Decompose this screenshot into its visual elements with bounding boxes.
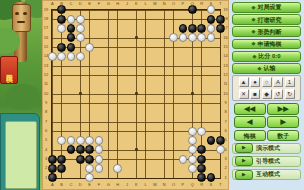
coordinate-label: 17 — [44, 26, 48, 30]
stone-black[interactable] — [67, 24, 76, 33]
coordinate-label: 1 — [224, 176, 226, 180]
marker-tool-button[interactable]: A — [273, 77, 283, 87]
coordinate-label: M — [153, 2, 156, 6]
stone-black[interactable] — [197, 155, 206, 164]
stone-white[interactable] — [188, 136, 197, 145]
diamond-icon: ◆ — [252, 17, 256, 22]
stone-white[interactable] — [188, 155, 197, 164]
marker-toolbar-row2: ✕■◆↺↻ — [239, 89, 295, 99]
play-icon[interactable]: ▶ — [235, 143, 253, 153]
coordinate-label: S — [210, 183, 213, 187]
stone-white[interactable] — [48, 52, 57, 61]
step-forward-button[interactable]: ▶ — [267, 116, 299, 128]
stone-white[interactable] — [76, 136, 85, 145]
marker-tool-button[interactable]: ◆ — [262, 89, 272, 99]
mode-label: 演示模式 — [256, 144, 280, 153]
diamond-icon: ◆ — [252, 41, 256, 46]
go-board[interactable]: AABBCCDDEEFFGGHHJJKKLLMMNNOOPPQQRRSSTT19… — [42, 0, 229, 190]
coordinate-label: 17 — [223, 26, 227, 30]
coordinate-label: S — [210, 2, 213, 6]
coordinate-label: C — [70, 183, 73, 187]
coordinate-label: L — [145, 183, 147, 187]
button-label: 申请悔棋 — [257, 41, 281, 47]
stone-black[interactable] — [57, 43, 66, 52]
coordinate-label: R — [200, 2, 203, 6]
button-label: 对局设置 — [257, 4, 281, 10]
diamond-icon: ◆ — [252, 5, 256, 10]
stone-white[interactable] — [95, 164, 104, 173]
stone-white[interactable] — [85, 164, 94, 173]
room-panel[interactable] — [0, 113, 40, 190]
marker-tool-button[interactable]: 1 — [285, 77, 295, 87]
totem-eye — [23, 12, 27, 15]
stone-black[interactable] — [188, 24, 197, 33]
stone-white[interactable] — [67, 52, 76, 61]
coordinate-label: D — [79, 2, 82, 6]
coordinate-label: K — [135, 183, 138, 187]
stone-black[interactable] — [57, 155, 66, 164]
coordinate-label: T — [219, 2, 221, 6]
coordinate-label: F — [98, 2, 100, 6]
coordinate-label: 15 — [44, 45, 48, 49]
coordinate-label: 6 — [45, 129, 47, 133]
button-request-undo[interactable]: ◆申请悔棋 — [232, 39, 301, 50]
coordinate-label: 10 — [223, 92, 227, 96]
star-point — [135, 92, 138, 95]
room-panel-list[interactable] — [5, 121, 37, 189]
coordinate-label: P — [182, 2, 185, 6]
action-button-row: 悔棋 数子 — [232, 130, 301, 141]
coordinate-label: 3 — [224, 157, 226, 161]
mode-row-interactive[interactable]: ▶ 互动模式 — [232, 169, 301, 181]
button-resign[interactable]: ◆认输 — [232, 63, 301, 74]
stone-white[interactable] — [85, 43, 94, 52]
count-button[interactable]: 数子 — [267, 130, 299, 141]
stone-white[interactable] — [179, 155, 188, 164]
play-icon[interactable]: ▶ — [235, 170, 253, 180]
stone-white[interactable] — [95, 136, 104, 145]
stone-white[interactable] — [67, 136, 76, 145]
control-panel: ◆对局设置 ◆打谱研究 ◆形势判断 ◆申请悔棋 ◆比分 0:0 ◆认输 ▲●○A… — [229, 0, 304, 190]
marker-tool-button[interactable]: ■ — [250, 89, 260, 99]
rewind-button[interactable]: ◀◀ — [234, 103, 266, 115]
stone-white[interactable] — [67, 15, 76, 24]
stone-white[interactable] — [197, 127, 206, 136]
star-point — [191, 92, 194, 95]
coordinate-label: K — [135, 2, 138, 6]
button-label: 比分 0:0 — [258, 53, 280, 59]
stone-black[interactable] — [207, 136, 216, 145]
marker-toolbar-row1: ▲●○A1 — [239, 77, 295, 87]
coordinate-label: 5 — [45, 138, 47, 142]
coordinate-label: 11 — [44, 82, 48, 86]
marker-tool-button[interactable]: ● — [250, 77, 260, 87]
stone-white[interactable] — [76, 52, 85, 61]
stone-black[interactable] — [67, 43, 76, 52]
stone-white[interactable] — [57, 24, 66, 33]
coordinate-label: L — [145, 2, 147, 6]
marker-tool-button[interactable]: ✕ — [239, 89, 249, 99]
coordinate-label: 7 — [224, 120, 226, 124]
totem-tower — [12, 4, 31, 32]
coordinate-label: P — [182, 183, 185, 187]
coordinate-label: N — [163, 2, 166, 6]
fast-forward-button[interactable]: ▶▶ — [267, 103, 299, 115]
coordinate-label: 4 — [45, 148, 47, 152]
stone-white[interactable] — [216, 145, 225, 154]
stone-black[interactable] — [197, 24, 206, 33]
stone-white[interactable] — [76, 15, 85, 24]
coordinate-label: 4 — [224, 148, 226, 152]
banner-text: 围棋 — [4, 69, 14, 71]
stone-black[interactable] — [85, 155, 94, 164]
coordinate-label: A — [51, 183, 54, 187]
coordinate-label: 18 — [44, 17, 48, 21]
coordinate-label: 2 — [45, 166, 47, 170]
app-window: 围棋 AABBCCDDEEFFGGHHJJKKLLMMNNOOPPQQRRSST… — [0, 0, 304, 190]
coordinate-label: E — [88, 2, 91, 6]
stone-black[interactable] — [216, 136, 225, 145]
stone-white[interactable] — [85, 136, 94, 145]
coordinate-label: B — [60, 2, 63, 6]
stone-white[interactable] — [95, 155, 104, 164]
stone-black[interactable] — [197, 164, 206, 173]
coordinate-label: Q — [191, 2, 194, 6]
coordinate-label: 15 — [223, 45, 227, 49]
star-point — [79, 92, 82, 95]
coordinate-label: 3 — [45, 157, 47, 161]
coordinate-label: F — [98, 183, 100, 187]
diamond-icon: ◆ — [252, 54, 256, 59]
coordinate-label: J — [126, 183, 128, 187]
stone-black[interactable] — [48, 164, 57, 173]
coordinate-label: 14 — [223, 54, 227, 58]
coordinate-label: Q — [191, 183, 194, 187]
coordinate-label: 8 — [224, 110, 226, 114]
coordinate-label: A — [51, 2, 54, 6]
button-score-estimate[interactable]: ◆形势判断 — [232, 26, 301, 37]
coordinate-label: 13 — [44, 64, 48, 68]
stone-white[interactable] — [207, 24, 216, 33]
coordinate-label: G — [107, 183, 110, 187]
mode-label: 互动模式 — [256, 170, 280, 179]
coordinate-label: 5 — [224, 138, 226, 142]
button-label: 认输 — [263, 65, 275, 71]
coordinate-label: B — [60, 183, 63, 187]
button-label: 打谱研究 — [257, 17, 281, 23]
coordinate-label: 12 — [223, 73, 227, 77]
coordinate-label: 9 — [45, 101, 47, 105]
stone-white[interactable] — [113, 164, 122, 173]
coordinate-label: 6 — [224, 129, 226, 133]
coordinate-label: 7 — [45, 120, 47, 124]
coordinate-label: 16 — [44, 36, 48, 40]
coordinate-label: C — [70, 2, 73, 6]
play-icon[interactable]: ▶ — [235, 156, 253, 166]
stone-white[interactable] — [188, 145, 197, 154]
marker-tool-button[interactable]: ▲ — [239, 77, 249, 87]
star-point — [135, 148, 138, 151]
coordinate-label: O — [172, 2, 175, 6]
button-game-settings[interactable]: ◆对局设置 — [232, 2, 301, 13]
mode-label: 引导模式 — [256, 157, 280, 166]
undo-button[interactable]: 悔棋 — [234, 130, 266, 141]
stone-black[interactable] — [207, 15, 216, 24]
stone-black[interactable] — [57, 15, 66, 24]
coordinate-label: H — [116, 183, 119, 187]
red-banner: 围棋 — [0, 56, 18, 84]
stone-black[interactable] — [57, 164, 66, 173]
totem-mouth — [17, 21, 25, 23]
coordinate-label: 8 — [45, 110, 47, 114]
stone-white[interactable] — [188, 164, 197, 173]
coordinate-label: 18 — [223, 17, 227, 21]
coordinate-label: 11 — [223, 82, 227, 86]
coordinate-label: 10 — [44, 92, 48, 96]
coordinate-label: H — [116, 2, 119, 6]
stone-white[interactable] — [188, 33, 197, 42]
step-back-button[interactable]: ◀ — [234, 116, 266, 128]
coordinate-label: N — [163, 183, 166, 187]
coordinate-label: 19 — [44, 8, 48, 12]
stone-white[interactable] — [76, 33, 85, 42]
coordinate-label: 9 — [224, 101, 226, 105]
button-study-record[interactable]: ◆打谱研究 — [232, 14, 301, 25]
move-navigation: ◀◀▶▶◀▶ — [232, 103, 301, 128]
coordinate-label: 13 — [223, 64, 227, 68]
foliage-blob — [6, 84, 40, 110]
marker-tool-button[interactable]: ↻ — [285, 89, 295, 99]
marker-toolbar: ▲●○A1 ✕■◆↺↻ — [232, 75, 301, 101]
coordinate-label: 14 — [44, 54, 48, 58]
button-score-display[interactable]: ◆比分 0:0 — [232, 51, 301, 62]
stone-white[interactable] — [188, 127, 197, 136]
coordinate-label: D — [79, 183, 82, 187]
coordinate-label: 1 — [45, 176, 47, 180]
mode-row-demo[interactable]: ▶ 演示模式 — [232, 143, 301, 155]
stone-white[interactable] — [57, 136, 66, 145]
jungle-background: 围棋 — [0, 0, 42, 190]
stone-black[interactable] — [48, 155, 57, 164]
stone-black[interactable] — [188, 5, 197, 14]
star-point — [135, 36, 138, 39]
marker-tool-button[interactable]: ○ — [262, 77, 272, 87]
stone-white[interactable] — [76, 24, 85, 33]
marker-tool-button[interactable]: ↺ — [273, 89, 283, 99]
coordinate-label: 16 — [223, 36, 227, 40]
coordinate-label: E — [88, 183, 91, 187]
coordinate-label: O — [172, 183, 175, 187]
coordinate-label: M — [153, 183, 156, 187]
totem-eye — [15, 12, 19, 15]
stone-black[interactable] — [179, 24, 188, 33]
stone-black[interactable] — [76, 155, 85, 164]
stone-black[interactable] — [76, 145, 85, 154]
coordinate-label: R — [200, 183, 203, 187]
diamond-icon: ◆ — [258, 66, 262, 71]
stone-white[interactable] — [57, 52, 66, 61]
coordinate-label: J — [126, 2, 128, 6]
coordinate-label: 2 — [224, 166, 226, 170]
mode-row-guide[interactable]: ▶ 引导模式 — [232, 156, 301, 168]
coordinate-label: 19 — [223, 8, 227, 12]
coordinate-label: G — [107, 2, 110, 6]
coordinate-label: T — [219, 183, 221, 187]
diamond-icon: ◆ — [252, 29, 256, 34]
coordinate-label: 12 — [44, 73, 48, 77]
button-label: 形势判断 — [257, 29, 281, 35]
